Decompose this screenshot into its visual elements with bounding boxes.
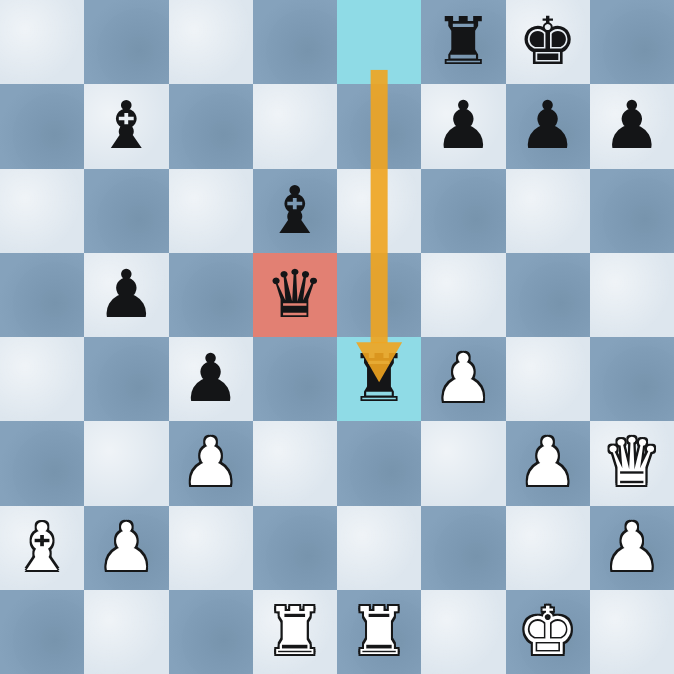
square-g7[interactable]: ♟ [506,84,590,168]
square-a4[interactable] [0,337,84,421]
square-h1[interactable] [590,590,674,674]
black-rook[interactable]: ♜ [434,0,493,84]
square-e2[interactable] [337,506,421,590]
square-h7[interactable]: ♟ [590,84,674,168]
square-d3[interactable] [253,421,337,505]
white-pawn[interactable]: ♟ [602,506,661,590]
white-pawn[interactable]: ♟ [434,337,493,421]
square-a2[interactable]: ♝ [0,506,84,590]
square-h4[interactable] [590,337,674,421]
white-rook[interactable]: ♜ [350,590,409,674]
square-f6[interactable] [421,169,505,253]
square-d6[interactable]: ♝ [253,169,337,253]
square-h5[interactable] [590,253,674,337]
square-e5[interactable] [337,253,421,337]
black-bishop[interactable]: ♝ [97,84,156,168]
square-c7[interactable] [169,84,253,168]
square-b1[interactable] [84,590,168,674]
black-pawn[interactable]: ♟ [97,253,156,337]
square-c8[interactable] [169,0,253,84]
square-a6[interactable] [0,169,84,253]
square-d4[interactable] [253,337,337,421]
square-f2[interactable] [421,506,505,590]
square-f8[interactable]: ♜ [421,0,505,84]
square-b8[interactable] [84,0,168,84]
white-king[interactable]: ♚ [518,590,577,674]
square-c3[interactable]: ♟ [169,421,253,505]
square-e7[interactable] [337,84,421,168]
square-a1[interactable] [0,590,84,674]
square-d8[interactable] [253,0,337,84]
square-f1[interactable] [421,590,505,674]
square-g8[interactable]: ♚ [506,0,590,84]
square-g2[interactable] [506,506,590,590]
square-f7[interactable]: ♟ [421,84,505,168]
square-f4[interactable]: ♟ [421,337,505,421]
square-c2[interactable] [169,506,253,590]
square-e8-highlight-move-from[interactable] [337,0,421,84]
square-c6[interactable] [169,169,253,253]
square-e3[interactable] [337,421,421,505]
black-bishop[interactable]: ♝ [265,169,324,253]
square-b6[interactable] [84,169,168,253]
square-g3[interactable]: ♟ [506,421,590,505]
square-a7[interactable] [0,84,84,168]
white-queen[interactable]: ♛ [602,421,661,505]
square-h8[interactable] [590,0,674,84]
square-c5[interactable] [169,253,253,337]
square-g6[interactable] [506,169,590,253]
square-a3[interactable] [0,421,84,505]
square-b7[interactable]: ♝ [84,84,168,168]
square-f3[interactable] [421,421,505,505]
square-d2[interactable] [253,506,337,590]
black-pawn[interactable]: ♟ [602,84,661,168]
square-h6[interactable] [590,169,674,253]
square-e1[interactable]: ♜ [337,590,421,674]
square-h3[interactable]: ♛ [590,421,674,505]
white-bishop[interactable]: ♝ [13,506,72,590]
square-f5[interactable] [421,253,505,337]
square-c4[interactable]: ♟ [169,337,253,421]
black-king[interactable]: ♚ [518,0,577,84]
square-d5-highlight-alert[interactable]: ♛ [253,253,337,337]
square-g1[interactable]: ♚ [506,590,590,674]
white-rook[interactable]: ♜ [265,590,324,674]
square-b5[interactable]: ♟ [84,253,168,337]
black-pawn[interactable]: ♟ [518,84,577,168]
square-h2[interactable]: ♟ [590,506,674,590]
black-queen[interactable]: ♛ [265,253,324,337]
square-g4[interactable] [506,337,590,421]
square-g5[interactable] [506,253,590,337]
square-b4[interactable] [84,337,168,421]
black-pawn[interactable]: ♟ [434,84,493,168]
square-c1[interactable] [169,590,253,674]
black-rook[interactable]: ♜ [350,337,409,421]
chess-board[interactable]: ♜♚♝♟♟♟♝♟♛♟♜♟♟♟♛♝♟♟♜♜♚ [0,0,674,674]
white-pawn[interactable]: ♟ [97,506,156,590]
square-a5[interactable] [0,253,84,337]
square-e6[interactable] [337,169,421,253]
square-d1[interactable]: ♜ [253,590,337,674]
square-d7[interactable] [253,84,337,168]
square-a8[interactable] [0,0,84,84]
square-b2[interactable]: ♟ [84,506,168,590]
black-pawn[interactable]: ♟ [181,337,240,421]
white-pawn[interactable]: ♟ [518,421,577,505]
white-pawn[interactable]: ♟ [181,421,240,505]
square-e4-highlight-move-to[interactable]: ♜ [337,337,421,421]
chess-board-area: ♜♚♝♟♟♟♝♟♛♟♜♟♟♟♛♝♟♟♜♜♚ [0,0,674,674]
square-b3[interactable] [84,421,168,505]
